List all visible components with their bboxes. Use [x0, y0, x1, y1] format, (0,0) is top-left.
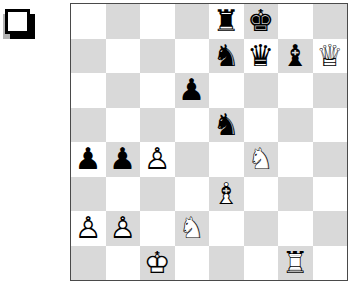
square-c8[interactable]: [140, 4, 175, 39]
square-g2[interactable]: [278, 211, 313, 246]
square-c4[interactable]: ♟♙: [140, 142, 175, 177]
square-a2[interactable]: ♟♙: [71, 211, 106, 246]
square-f5[interactable]: [244, 108, 279, 143]
square-e4[interactable]: [209, 142, 244, 177]
piece-outline-layer: ♘: [175, 211, 210, 246]
square-g1[interactable]: ♜♖: [278, 246, 313, 281]
square-b5[interactable]: [106, 108, 141, 143]
piece-black-queen: ♛: [244, 39, 279, 74]
square-a6[interactable]: [71, 73, 106, 108]
square-b1[interactable]: [106, 246, 141, 281]
square-f2[interactable]: [244, 211, 279, 246]
square-c7[interactable]: [140, 39, 175, 74]
piece-white-king: ♚♔: [140, 246, 175, 281]
piece-white-rook: ♜♖: [278, 246, 313, 281]
piece-white-pawn: ♟♙: [106, 211, 141, 246]
square-b3[interactable]: [106, 177, 141, 212]
square-h4[interactable]: [313, 142, 348, 177]
square-e6[interactable]: [209, 73, 244, 108]
piece-outline-layer: ♙: [71, 211, 106, 246]
piece-black-knight: ♞: [209, 39, 244, 74]
square-d4[interactable]: [175, 142, 210, 177]
square-f6[interactable]: [244, 73, 279, 108]
piece-outline-layer: ♖: [278, 246, 313, 281]
square-h1[interactable]: [313, 246, 348, 281]
piece-white-knight: ♞♘: [175, 211, 210, 246]
piece-white-pawn: ♟♙: [71, 211, 106, 246]
square-e8[interactable]: ♜: [209, 4, 244, 39]
square-b4[interactable]: ♟: [106, 142, 141, 177]
white-to-move-indicator: [5, 9, 30, 34]
square-c2[interactable]: [140, 211, 175, 246]
piece-black-king: ♚: [244, 4, 279, 39]
square-e3[interactable]: ♝♗: [209, 177, 244, 212]
square-d7[interactable]: [175, 39, 210, 74]
square-g6[interactable]: [278, 73, 313, 108]
piece-white-knight: ♞♘: [244, 142, 279, 177]
square-c3[interactable]: [140, 177, 175, 212]
piece-outline-layer: ♙: [140, 142, 175, 177]
square-c1[interactable]: ♚♔: [140, 246, 175, 281]
square-e5[interactable]: ♞: [209, 108, 244, 143]
piece-black-knight: ♞: [209, 108, 244, 143]
square-h6[interactable]: [313, 73, 348, 108]
piece-black-pawn: ♟: [175, 73, 210, 108]
square-a7[interactable]: [71, 39, 106, 74]
piece-white-bishop: ♝♗: [209, 177, 244, 212]
piece-outline-layer: ♗: [209, 177, 244, 212]
square-d5[interactable]: [175, 108, 210, 143]
square-f8[interactable]: ♚: [244, 4, 279, 39]
square-f1[interactable]: [244, 246, 279, 281]
square-b2[interactable]: ♟♙: [106, 211, 141, 246]
piece-outline-layer: ♔: [140, 246, 175, 281]
square-h7[interactable]: ♛♕: [313, 39, 348, 74]
square-g4[interactable]: [278, 142, 313, 177]
square-d3[interactable]: [175, 177, 210, 212]
square-c5[interactable]: [140, 108, 175, 143]
square-h2[interactable]: [313, 211, 348, 246]
square-g3[interactable]: [278, 177, 313, 212]
piece-white-pawn: ♟♙: [140, 142, 175, 177]
piece-black-pawn: ♟: [106, 142, 141, 177]
square-f7[interactable]: ♛: [244, 39, 279, 74]
piece-outline-layer: ♘: [244, 142, 279, 177]
square-h5[interactable]: [313, 108, 348, 143]
square-f3[interactable]: [244, 177, 279, 212]
square-g5[interactable]: [278, 108, 313, 143]
square-d8[interactable]: [175, 4, 210, 39]
square-b8[interactable]: [106, 4, 141, 39]
square-a4[interactable]: ♟: [71, 142, 106, 177]
square-e1[interactable]: [209, 246, 244, 281]
square-b6[interactable]: [106, 73, 141, 108]
square-e7[interactable]: ♞: [209, 39, 244, 74]
square-b7[interactable]: [106, 39, 141, 74]
square-a8[interactable]: [71, 4, 106, 39]
square-d1[interactable]: [175, 246, 210, 281]
square-a3[interactable]: [71, 177, 106, 212]
square-a5[interactable]: [71, 108, 106, 143]
square-d6[interactable]: ♟: [175, 73, 210, 108]
square-a1[interactable]: [71, 246, 106, 281]
square-d2[interactable]: ♞♘: [175, 211, 210, 246]
piece-outline-layer: ♕: [313, 39, 348, 74]
piece-white-queen: ♛♕: [313, 39, 348, 74]
piece-black-rook: ♜: [209, 4, 244, 39]
chess-board: ♜♚♞♛♝♛♕♟♞♟♟♟♙♞♘♝♗♟♙♟♙♞♘♚♔♜♖: [70, 3, 348, 281]
square-h8[interactable]: [313, 4, 348, 39]
piece-black-bishop: ♝: [278, 39, 313, 74]
square-c6[interactable]: [140, 73, 175, 108]
square-g8[interactable]: [278, 4, 313, 39]
square-g7[interactable]: ♝: [278, 39, 313, 74]
square-h3[interactable]: [313, 177, 348, 212]
square-f4[interactable]: ♞♘: [244, 142, 279, 177]
piece-outline-layer: ♙: [106, 211, 141, 246]
square-e2[interactable]: [209, 211, 244, 246]
piece-black-pawn: ♟: [71, 142, 106, 177]
